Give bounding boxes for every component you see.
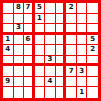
cell-r8c7[interactable] (66, 77, 77, 88)
cell-r9c1[interactable] (3, 87, 14, 98)
cell-r4c7[interactable] (66, 35, 77, 46)
cell-r4c6[interactable] (56, 35, 67, 46)
cell-r9c4[interactable] (35, 87, 46, 98)
cell-r6c4[interactable] (35, 56, 46, 67)
cell-r7c7[interactable]: 7 (66, 66, 77, 77)
cell-r8c4[interactable] (35, 77, 46, 88)
cell-r4c1[interactable]: 1 (3, 35, 14, 46)
cell-r3c4[interactable] (35, 24, 46, 35)
cell-r9c9[interactable] (87, 87, 98, 98)
cell-r1c6[interactable] (56, 3, 67, 14)
cell-r5c1[interactable]: 4 (3, 45, 14, 56)
cell-r4c5[interactable] (45, 35, 56, 46)
cell-r6c7[interactable] (66, 56, 77, 67)
cell-r1c5[interactable] (45, 3, 56, 14)
cell-r2c9[interactable] (87, 14, 98, 25)
cell-r8c5[interactable]: 4 (45, 77, 56, 88)
cell-r9c2[interactable] (14, 87, 25, 98)
cell-r1c1[interactable] (3, 3, 14, 14)
cell-r7c9[interactable] (87, 66, 98, 77)
cell-r8c3[interactable] (24, 77, 35, 88)
cell-r6c3[interactable] (24, 56, 35, 67)
cell-r3c8[interactable] (77, 24, 88, 35)
cell-r9c3[interactable] (24, 87, 35, 98)
cell-r3c6[interactable] (56, 24, 67, 35)
cell-r9c7[interactable] (66, 87, 77, 98)
cell-r4c9[interactable]: 5 (87, 35, 98, 46)
cell-r1c2[interactable]: 8 (14, 3, 25, 14)
cell-r5c8[interactable] (77, 45, 88, 56)
cell-r7c5[interactable] (45, 66, 56, 77)
cell-r6c9[interactable] (87, 56, 98, 67)
cell-r5c6[interactable] (56, 45, 67, 56)
cell-r4c3[interactable]: 6 (24, 35, 35, 46)
cell-r6c2[interactable] (14, 56, 25, 67)
cell-r8c2[interactable] (14, 77, 25, 88)
cell-r8c6[interactable] (56, 77, 67, 88)
cell-r8c9[interactable] (87, 77, 98, 88)
cell-r4c8[interactable] (77, 35, 88, 46)
cell-r5c9[interactable]: 2 (87, 45, 98, 56)
cell-r1c4[interactable]: 5 (35, 3, 46, 14)
cell-r5c3[interactable] (24, 45, 35, 56)
cell-r3c3[interactable] (24, 24, 35, 35)
cell-r2c7[interactable] (66, 14, 77, 25)
cell-r5c7[interactable] (66, 45, 77, 56)
cell-r1c3[interactable]: 7 (24, 3, 35, 14)
cell-r3c1[interactable] (3, 24, 14, 35)
cell-r6c5[interactable]: 3 (45, 56, 56, 67)
cell-r6c8[interactable] (77, 56, 88, 67)
cell-r6c6[interactable] (56, 56, 67, 67)
cell-r3c7[interactable] (66, 24, 77, 35)
cell-r7c6[interactable] (56, 66, 67, 77)
cell-r8c1[interactable]: 9 (3, 77, 14, 88)
cell-r2c6[interactable] (56, 14, 67, 25)
cell-r2c5[interactable] (45, 14, 56, 25)
cell-r9c8[interactable]: 1 (77, 87, 88, 98)
cell-r6c1[interactable] (3, 56, 14, 67)
cell-r7c1[interactable] (3, 66, 14, 77)
cell-r3c2[interactable]: 3 (14, 24, 25, 35)
cell-r3c9[interactable] (87, 24, 98, 35)
cell-r7c4[interactable] (35, 66, 46, 77)
cell-r1c8[interactable] (77, 3, 88, 14)
cell-r1c7[interactable]: 2 (66, 3, 77, 14)
cell-r5c2[interactable] (14, 45, 25, 56)
cell-r9c6[interactable] (56, 87, 67, 98)
cell-r2c3[interactable] (24, 14, 35, 25)
cell-r3c5[interactable] (45, 24, 56, 35)
cell-r8c8[interactable] (77, 77, 88, 88)
cell-r1c9[interactable] (87, 3, 98, 14)
cell-r9c5[interactable] (45, 87, 56, 98)
cell-r2c1[interactable] (3, 14, 14, 25)
cell-r5c4[interactable] (35, 45, 46, 56)
sudoku-board: 87521316542373941 (0, 0, 101, 101)
cell-r2c4[interactable]: 1 (35, 14, 46, 25)
cell-r7c3[interactable] (24, 66, 35, 77)
cell-r7c2[interactable] (14, 66, 25, 77)
cell-r2c8[interactable] (77, 14, 88, 25)
cell-r7c8[interactable]: 3 (77, 66, 88, 77)
cell-r4c4[interactable] (35, 35, 46, 46)
cell-r4c2[interactable] (14, 35, 25, 46)
